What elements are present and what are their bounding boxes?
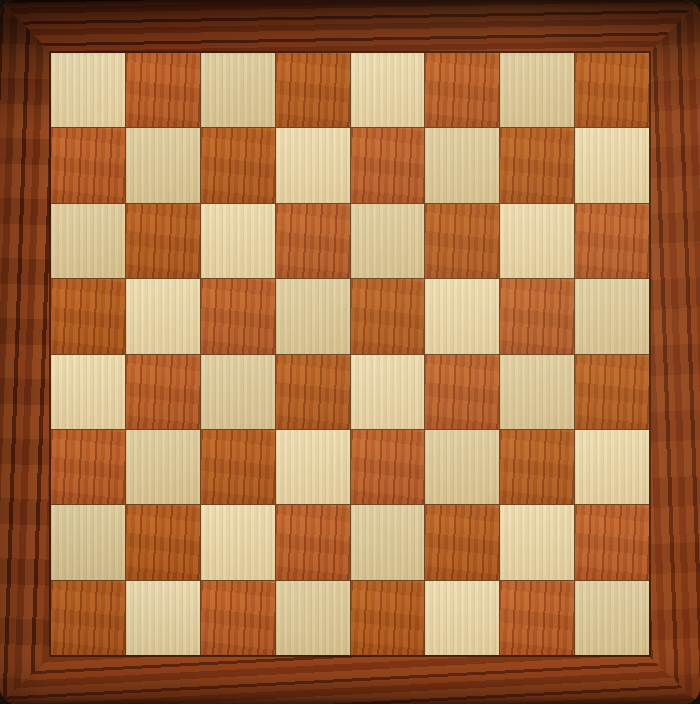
- square-c2[interactable]: [201, 505, 275, 579]
- square-a2[interactable]: [51, 505, 125, 579]
- chessboard: [0, 0, 700, 704]
- square-f3[interactable]: [425, 430, 499, 504]
- square-b1[interactable]: [126, 581, 200, 655]
- square-e3[interactable]: [351, 430, 425, 504]
- square-b3[interactable]: [126, 430, 200, 504]
- square-f2[interactable]: [425, 505, 499, 579]
- square-e2[interactable]: [351, 505, 425, 579]
- square-c8[interactable]: [201, 53, 275, 127]
- square-d4[interactable]: [276, 355, 350, 429]
- square-a6[interactable]: [51, 204, 125, 278]
- square-a5[interactable]: [51, 279, 125, 353]
- square-g7[interactable]: [500, 128, 574, 202]
- square-c3[interactable]: [201, 430, 275, 504]
- square-g5[interactable]: [500, 279, 574, 353]
- square-d5[interactable]: [276, 279, 350, 353]
- square-c4[interactable]: [201, 355, 275, 429]
- square-e7[interactable]: [351, 128, 425, 202]
- square-f6[interactable]: [425, 204, 499, 278]
- square-a3[interactable]: [51, 430, 125, 504]
- square-b2[interactable]: [126, 505, 200, 579]
- square-h1[interactable]: [575, 581, 649, 655]
- square-f7[interactable]: [425, 128, 499, 202]
- square-b4[interactable]: [126, 355, 200, 429]
- square-f8[interactable]: [425, 53, 499, 127]
- square-h7[interactable]: [575, 128, 649, 202]
- square-h3[interactable]: [575, 430, 649, 504]
- square-a8[interactable]: [51, 53, 125, 127]
- square-h4[interactable]: [575, 355, 649, 429]
- board-grid: [51, 53, 649, 655]
- square-c5[interactable]: [201, 279, 275, 353]
- square-g8[interactable]: [500, 53, 574, 127]
- square-g1[interactable]: [500, 581, 574, 655]
- square-f1[interactable]: [425, 581, 499, 655]
- square-h5[interactable]: [575, 279, 649, 353]
- square-e4[interactable]: [351, 355, 425, 429]
- square-f4[interactable]: [425, 355, 499, 429]
- square-b7[interactable]: [126, 128, 200, 202]
- square-d1[interactable]: [276, 581, 350, 655]
- square-b6[interactable]: [126, 204, 200, 278]
- square-d2[interactable]: [276, 505, 350, 579]
- square-a1[interactable]: [51, 581, 125, 655]
- square-a4[interactable]: [51, 355, 125, 429]
- square-g4[interactable]: [500, 355, 574, 429]
- square-g6[interactable]: [500, 204, 574, 278]
- square-e6[interactable]: [351, 204, 425, 278]
- square-d6[interactable]: [276, 204, 350, 278]
- square-g3[interactable]: [500, 430, 574, 504]
- square-f5[interactable]: [425, 279, 499, 353]
- square-a7[interactable]: [51, 128, 125, 202]
- square-e5[interactable]: [351, 279, 425, 353]
- square-b5[interactable]: [126, 279, 200, 353]
- square-c7[interactable]: [201, 128, 275, 202]
- square-d7[interactable]: [276, 128, 350, 202]
- square-b8[interactable]: [126, 53, 200, 127]
- square-d8[interactable]: [276, 53, 350, 127]
- square-e1[interactable]: [351, 581, 425, 655]
- square-e8[interactable]: [351, 53, 425, 127]
- square-h2[interactable]: [575, 505, 649, 579]
- square-d3[interactable]: [276, 430, 350, 504]
- square-g2[interactable]: [500, 505, 574, 579]
- square-h8[interactable]: [575, 53, 649, 127]
- square-c1[interactable]: [201, 581, 275, 655]
- square-h6[interactable]: [575, 204, 649, 278]
- square-c6[interactable]: [201, 204, 275, 278]
